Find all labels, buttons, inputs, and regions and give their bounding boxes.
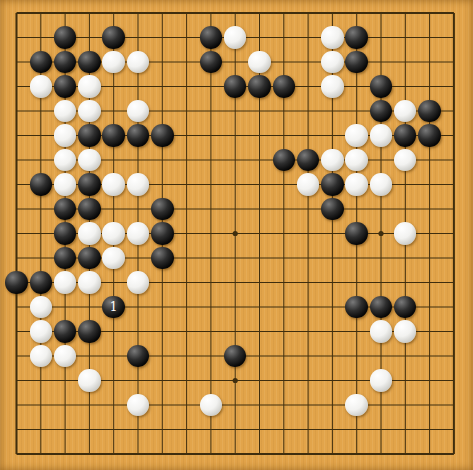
intersection-n8[interactable] xyxy=(296,270,320,295)
intersection-k9[interactable] xyxy=(223,246,247,271)
intersection-a7[interactable] xyxy=(4,295,28,320)
intersection-l7[interactable] xyxy=(247,295,271,320)
white-stone[interactable] xyxy=(78,369,101,392)
intersection-o3[interactable] xyxy=(320,393,344,418)
intersection-f4[interactable] xyxy=(126,368,150,393)
intersection-a6[interactable] xyxy=(4,319,28,344)
white-stone[interactable] xyxy=(54,173,77,196)
intersection-a13[interactable] xyxy=(4,148,28,173)
intersection-d4[interactable] xyxy=(77,368,101,393)
intersection-g8[interactable] xyxy=(150,270,174,295)
intersection-b15[interactable] xyxy=(29,99,53,124)
white-stone[interactable] xyxy=(345,394,368,417)
intersection-q17[interactable] xyxy=(369,50,393,75)
intersection-c9[interactable] xyxy=(53,246,77,271)
black-stone[interactable] xyxy=(127,124,150,147)
intersection-g18[interactable] xyxy=(150,25,174,50)
intersection-n14[interactable] xyxy=(296,123,320,148)
intersection-d16[interactable] xyxy=(77,74,101,99)
intersection-n7[interactable] xyxy=(296,295,320,320)
intersection-e5[interactable] xyxy=(102,344,126,369)
intersection-j11[interactable] xyxy=(199,197,223,222)
intersection-t10[interactable] xyxy=(442,221,466,246)
intersection-k17[interactable] xyxy=(223,50,247,75)
intersection-m3[interactable] xyxy=(272,393,296,418)
intersection-q1[interactable] xyxy=(369,442,393,467)
intersection-d1[interactable] xyxy=(77,442,101,467)
black-stone[interactable] xyxy=(224,345,247,368)
black-stone[interactable] xyxy=(345,26,368,49)
intersection-o8[interactable] xyxy=(320,270,344,295)
intersection-r2[interactable] xyxy=(393,417,417,442)
intersection-o10[interactable] xyxy=(320,221,344,246)
intersection-s16[interactable] xyxy=(417,74,441,99)
intersection-d11[interactable] xyxy=(77,197,101,222)
black-stone[interactable] xyxy=(224,75,247,98)
intersection-f5[interactable] xyxy=(126,344,150,369)
black-stone[interactable] xyxy=(30,271,53,294)
intersection-e7[interactable]: 1 xyxy=(102,295,126,320)
intersection-l9[interactable] xyxy=(247,246,271,271)
intersection-c17[interactable] xyxy=(53,50,77,75)
intersection-e18[interactable] xyxy=(102,25,126,50)
intersection-m16[interactable] xyxy=(272,74,296,99)
intersection-f6[interactable] xyxy=(126,319,150,344)
intersection-e2[interactable] xyxy=(102,417,126,442)
intersection-o7[interactable] xyxy=(320,295,344,320)
intersection-r11[interactable] xyxy=(393,197,417,222)
black-stone[interactable] xyxy=(151,222,174,245)
intersection-k7[interactable] xyxy=(223,295,247,320)
black-stone[interactable] xyxy=(370,100,393,123)
intersection-p19[interactable] xyxy=(345,1,369,26)
intersection-c11[interactable] xyxy=(53,197,77,222)
intersection-k1[interactable] xyxy=(223,442,247,467)
intersection-r9[interactable] xyxy=(393,246,417,271)
white-stone[interactable] xyxy=(370,369,393,392)
intersection-c5[interactable] xyxy=(53,344,77,369)
intersection-o16[interactable] xyxy=(320,74,344,99)
black-stone[interactable] xyxy=(102,26,125,49)
intersection-h12[interactable] xyxy=(174,172,198,197)
white-stone[interactable] xyxy=(394,320,417,343)
intersection-b17[interactable] xyxy=(29,50,53,75)
intersection-m5[interactable] xyxy=(272,344,296,369)
intersection-l19[interactable] xyxy=(247,1,271,26)
intersection-e19[interactable] xyxy=(102,1,126,26)
intersection-q16[interactable] xyxy=(369,74,393,99)
black-stone[interactable] xyxy=(370,296,393,319)
intersection-o19[interactable] xyxy=(320,1,344,26)
white-stone[interactable] xyxy=(321,26,344,49)
intersection-j14[interactable] xyxy=(199,123,223,148)
intersection-k16[interactable] xyxy=(223,74,247,99)
intersection-k5[interactable] xyxy=(223,344,247,369)
intersection-f8[interactable] xyxy=(126,270,150,295)
intersection-g1[interactable] xyxy=(150,442,174,467)
intersection-j13[interactable] xyxy=(199,148,223,173)
intersection-p15[interactable] xyxy=(345,99,369,124)
black-stone[interactable] xyxy=(78,198,101,221)
intersection-j3[interactable] xyxy=(199,393,223,418)
intersection-h1[interactable] xyxy=(174,442,198,467)
intersection-o5[interactable] xyxy=(320,344,344,369)
intersection-q12[interactable] xyxy=(369,172,393,197)
white-stone[interactable] xyxy=(321,51,344,74)
intersection-k11[interactable] xyxy=(223,197,247,222)
intersection-h5[interactable] xyxy=(174,344,198,369)
intersection-r8[interactable] xyxy=(393,270,417,295)
intersection-f13[interactable] xyxy=(126,148,150,173)
intersection-d13[interactable] xyxy=(77,148,101,173)
intersection-o13[interactable] xyxy=(320,148,344,173)
intersection-t8[interactable] xyxy=(442,270,466,295)
intersection-l1[interactable] xyxy=(247,442,271,467)
intersection-j5[interactable] xyxy=(199,344,223,369)
intersection-s10[interactable] xyxy=(417,221,441,246)
intersection-f1[interactable] xyxy=(126,442,150,467)
intersection-e17[interactable] xyxy=(102,50,126,75)
intersection-o15[interactable] xyxy=(320,99,344,124)
intersection-h4[interactable] xyxy=(174,368,198,393)
intersection-r5[interactable] xyxy=(393,344,417,369)
intersection-j9[interactable] xyxy=(199,246,223,271)
black-stone[interactable] xyxy=(394,296,417,319)
intersection-d12[interactable] xyxy=(77,172,101,197)
black-stone[interactable] xyxy=(151,198,174,221)
intersection-l8[interactable] xyxy=(247,270,271,295)
intersection-n15[interactable] xyxy=(296,99,320,124)
intersection-a8[interactable] xyxy=(4,270,28,295)
intersection-s1[interactable] xyxy=(417,442,441,467)
intersection-b18[interactable] xyxy=(29,25,53,50)
intersection-p7[interactable] xyxy=(345,295,369,320)
black-stone[interactable] xyxy=(54,75,77,98)
intersection-a5[interactable] xyxy=(4,344,28,369)
intersection-b8[interactable] xyxy=(29,270,53,295)
white-stone[interactable] xyxy=(78,100,101,123)
intersection-h9[interactable] xyxy=(174,246,198,271)
intersection-n9[interactable] xyxy=(296,246,320,271)
intersection-n19[interactable] xyxy=(296,1,320,26)
intersection-g4[interactable] xyxy=(150,368,174,393)
intersection-o2[interactable] xyxy=(320,417,344,442)
intersection-s11[interactable] xyxy=(417,197,441,222)
intersection-o11[interactable] xyxy=(320,197,344,222)
intersection-s14[interactable] xyxy=(417,123,441,148)
intersection-s17[interactable] xyxy=(417,50,441,75)
intersection-c15[interactable] xyxy=(53,99,77,124)
white-stone[interactable] xyxy=(54,149,77,172)
intersection-n2[interactable] xyxy=(296,417,320,442)
intersection-p8[interactable] xyxy=(345,270,369,295)
intersection-n4[interactable] xyxy=(296,368,320,393)
intersection-h16[interactable] xyxy=(174,74,198,99)
intersection-c14[interactable] xyxy=(53,123,77,148)
black-stone[interactable] xyxy=(248,75,271,98)
intersection-t19[interactable] xyxy=(442,1,466,26)
intersection-q10[interactable] xyxy=(369,221,393,246)
intersection-e16[interactable] xyxy=(102,74,126,99)
black-stone[interactable] xyxy=(297,149,320,172)
intersection-r3[interactable] xyxy=(393,393,417,418)
intersection-j6[interactable] xyxy=(199,319,223,344)
intersection-s9[interactable] xyxy=(417,246,441,271)
intersection-e15[interactable] xyxy=(102,99,126,124)
intersection-r15[interactable] xyxy=(393,99,417,124)
intersection-a9[interactable] xyxy=(4,246,28,271)
black-stone[interactable] xyxy=(370,75,393,98)
intersection-d3[interactable] xyxy=(77,393,101,418)
intersection-e6[interactable] xyxy=(102,319,126,344)
intersection-g16[interactable] xyxy=(150,74,174,99)
marked-move-stone[interactable]: 1 xyxy=(102,296,125,319)
white-stone[interactable] xyxy=(394,149,417,172)
intersection-b6[interactable] xyxy=(29,319,53,344)
intersection-q13[interactable] xyxy=(369,148,393,173)
intersection-q7[interactable] xyxy=(369,295,393,320)
intersection-h11[interactable] xyxy=(174,197,198,222)
intersection-n11[interactable] xyxy=(296,197,320,222)
intersection-b3[interactable] xyxy=(29,393,53,418)
black-stone[interactable] xyxy=(54,198,77,221)
intersection-t17[interactable] xyxy=(442,50,466,75)
intersection-c6[interactable] xyxy=(53,319,77,344)
intersection-m17[interactable] xyxy=(272,50,296,75)
intersection-e1[interactable] xyxy=(102,442,126,467)
intersection-j17[interactable] xyxy=(199,50,223,75)
white-stone[interactable] xyxy=(127,271,150,294)
intersection-k6[interactable] xyxy=(223,319,247,344)
intersection-c12[interactable] xyxy=(53,172,77,197)
intersection-f15[interactable] xyxy=(126,99,150,124)
intersection-a12[interactable] xyxy=(4,172,28,197)
intersection-j10[interactable] xyxy=(199,221,223,246)
intersection-g17[interactable] xyxy=(150,50,174,75)
intersection-s18[interactable] xyxy=(417,25,441,50)
intersection-e14[interactable] xyxy=(102,123,126,148)
intersection-r13[interactable] xyxy=(393,148,417,173)
intersection-m19[interactable] xyxy=(272,1,296,26)
intersection-t6[interactable] xyxy=(442,319,466,344)
intersection-a4[interactable] xyxy=(4,368,28,393)
intersection-c1[interactable] xyxy=(53,442,77,467)
white-stone[interactable] xyxy=(224,26,247,49)
white-stone[interactable] xyxy=(30,75,53,98)
white-stone[interactable] xyxy=(200,394,223,417)
intersection-h7[interactable] xyxy=(174,295,198,320)
intersection-p5[interactable] xyxy=(345,344,369,369)
intersection-p1[interactable] xyxy=(345,442,369,467)
intersection-n10[interactable] xyxy=(296,221,320,246)
intersection-l18[interactable] xyxy=(247,25,271,50)
intersection-l4[interactable] xyxy=(247,368,271,393)
intersection-k15[interactable] xyxy=(223,99,247,124)
intersection-s3[interactable] xyxy=(417,393,441,418)
white-stone[interactable] xyxy=(54,345,77,368)
intersection-g6[interactable] xyxy=(150,319,174,344)
intersection-f11[interactable] xyxy=(126,197,150,222)
intersection-h6[interactable] xyxy=(174,319,198,344)
intersection-o6[interactable] xyxy=(320,319,344,344)
intersection-p2[interactable] xyxy=(345,417,369,442)
intersection-h13[interactable] xyxy=(174,148,198,173)
intersection-q15[interactable] xyxy=(369,99,393,124)
intersection-d14[interactable] xyxy=(77,123,101,148)
intersection-b16[interactable] xyxy=(29,74,53,99)
white-stone[interactable] xyxy=(102,222,125,245)
intersection-g11[interactable] xyxy=(150,197,174,222)
intersection-r14[interactable] xyxy=(393,123,417,148)
intersection-p10[interactable] xyxy=(345,221,369,246)
intersection-s4[interactable] xyxy=(417,368,441,393)
intersection-f14[interactable] xyxy=(126,123,150,148)
intersection-k18[interactable] xyxy=(223,25,247,50)
intersection-d10[interactable] xyxy=(77,221,101,246)
intersection-e4[interactable] xyxy=(102,368,126,393)
intersection-n1[interactable] xyxy=(296,442,320,467)
intersection-o12[interactable] xyxy=(320,172,344,197)
black-stone[interactable] xyxy=(30,173,53,196)
intersection-l14[interactable] xyxy=(247,123,271,148)
intersection-g14[interactable] xyxy=(150,123,174,148)
intersection-o17[interactable] xyxy=(320,50,344,75)
intersection-r16[interactable] xyxy=(393,74,417,99)
intersection-o1[interactable] xyxy=(320,442,344,467)
white-stone[interactable] xyxy=(30,320,53,343)
intersection-s19[interactable] xyxy=(417,1,441,26)
intersection-e11[interactable] xyxy=(102,197,126,222)
intersection-k10[interactable] xyxy=(223,221,247,246)
intersection-h8[interactable] xyxy=(174,270,198,295)
intersection-p6[interactable] xyxy=(345,319,369,344)
intersection-d8[interactable] xyxy=(77,270,101,295)
intersection-r12[interactable] xyxy=(393,172,417,197)
intersection-e8[interactable] xyxy=(102,270,126,295)
white-stone[interactable] xyxy=(297,173,320,196)
intersection-a18[interactable] xyxy=(4,25,28,50)
intersection-m2[interactable] xyxy=(272,417,296,442)
intersection-b2[interactable] xyxy=(29,417,53,442)
intersection-k12[interactable] xyxy=(223,172,247,197)
intersection-a3[interactable] xyxy=(4,393,28,418)
white-stone[interactable] xyxy=(30,345,53,368)
intersection-h19[interactable] xyxy=(174,1,198,26)
black-stone[interactable] xyxy=(54,26,77,49)
intersection-m8[interactable] xyxy=(272,270,296,295)
intersection-t12[interactable] xyxy=(442,172,466,197)
intersection-p11[interactable] xyxy=(345,197,369,222)
black-stone[interactable] xyxy=(54,247,77,270)
intersection-f9[interactable] xyxy=(126,246,150,271)
intersection-f7[interactable] xyxy=(126,295,150,320)
intersection-n16[interactable] xyxy=(296,74,320,99)
black-stone[interactable] xyxy=(394,124,417,147)
intersection-s5[interactable] xyxy=(417,344,441,369)
black-stone[interactable] xyxy=(321,198,344,221)
white-stone[interactable] xyxy=(54,100,77,123)
intersection-n12[interactable] xyxy=(296,172,320,197)
intersection-p3[interactable] xyxy=(345,393,369,418)
intersection-d17[interactable] xyxy=(77,50,101,75)
intersection-g10[interactable] xyxy=(150,221,174,246)
intersection-l11[interactable] xyxy=(247,197,271,222)
black-stone[interactable] xyxy=(418,124,441,147)
intersection-d6[interactable] xyxy=(77,319,101,344)
intersection-k19[interactable] xyxy=(223,1,247,26)
intersection-o9[interactable] xyxy=(320,246,344,271)
intersection-c8[interactable] xyxy=(53,270,77,295)
intersection-t3[interactable] xyxy=(442,393,466,418)
intersection-a19[interactable] xyxy=(4,1,28,26)
black-stone[interactable] xyxy=(78,247,101,270)
intersection-p13[interactable] xyxy=(345,148,369,173)
intersection-s6[interactable] xyxy=(417,319,441,344)
intersection-j1[interactable] xyxy=(199,442,223,467)
intersection-t5[interactable] xyxy=(442,344,466,369)
intersection-j16[interactable] xyxy=(199,74,223,99)
intersection-o14[interactable] xyxy=(320,123,344,148)
intersection-o4[interactable] xyxy=(320,368,344,393)
intersection-b4[interactable] xyxy=(29,368,53,393)
intersection-m7[interactable] xyxy=(272,295,296,320)
intersection-h10[interactable] xyxy=(174,221,198,246)
white-stone[interactable] xyxy=(102,173,125,196)
intersection-t11[interactable] xyxy=(442,197,466,222)
white-stone[interactable] xyxy=(54,271,77,294)
intersection-p9[interactable] xyxy=(345,246,369,271)
intersection-e12[interactable] xyxy=(102,172,126,197)
intersection-t1[interactable] xyxy=(442,442,466,467)
intersection-t14[interactable] xyxy=(442,123,466,148)
black-stone[interactable] xyxy=(151,124,174,147)
intersection-b13[interactable] xyxy=(29,148,53,173)
intersection-h14[interactable] xyxy=(174,123,198,148)
intersection-m6[interactable] xyxy=(272,319,296,344)
white-stone[interactable] xyxy=(78,271,101,294)
intersection-q9[interactable] xyxy=(369,246,393,271)
intersection-f10[interactable] xyxy=(126,221,150,246)
intersection-d9[interactable] xyxy=(77,246,101,271)
black-stone[interactable] xyxy=(127,345,150,368)
intersection-l10[interactable] xyxy=(247,221,271,246)
intersection-j2[interactable] xyxy=(199,417,223,442)
intersection-h3[interactable] xyxy=(174,393,198,418)
intersection-b5[interactable] xyxy=(29,344,53,369)
intersection-f12[interactable] xyxy=(126,172,150,197)
intersection-f18[interactable] xyxy=(126,25,150,50)
intersection-k2[interactable] xyxy=(223,417,247,442)
intersection-q18[interactable] xyxy=(369,25,393,50)
intersection-j8[interactable] xyxy=(199,270,223,295)
intersection-g9[interactable] xyxy=(150,246,174,271)
intersection-f3[interactable] xyxy=(126,393,150,418)
intersection-p18[interactable] xyxy=(345,25,369,50)
intersection-p14[interactable] xyxy=(345,123,369,148)
intersection-r1[interactable] xyxy=(393,442,417,467)
intersection-r6[interactable] xyxy=(393,319,417,344)
intersection-n13[interactable] xyxy=(296,148,320,173)
intersection-m14[interactable] xyxy=(272,123,296,148)
intersection-m13[interactable] xyxy=(272,148,296,173)
white-stone[interactable] xyxy=(127,173,150,196)
intersection-t16[interactable] xyxy=(442,74,466,99)
intersection-f2[interactable] xyxy=(126,417,150,442)
intersection-s8[interactable] xyxy=(417,270,441,295)
intersection-c4[interactable] xyxy=(53,368,77,393)
intersection-m4[interactable] xyxy=(272,368,296,393)
intersection-k13[interactable] xyxy=(223,148,247,173)
